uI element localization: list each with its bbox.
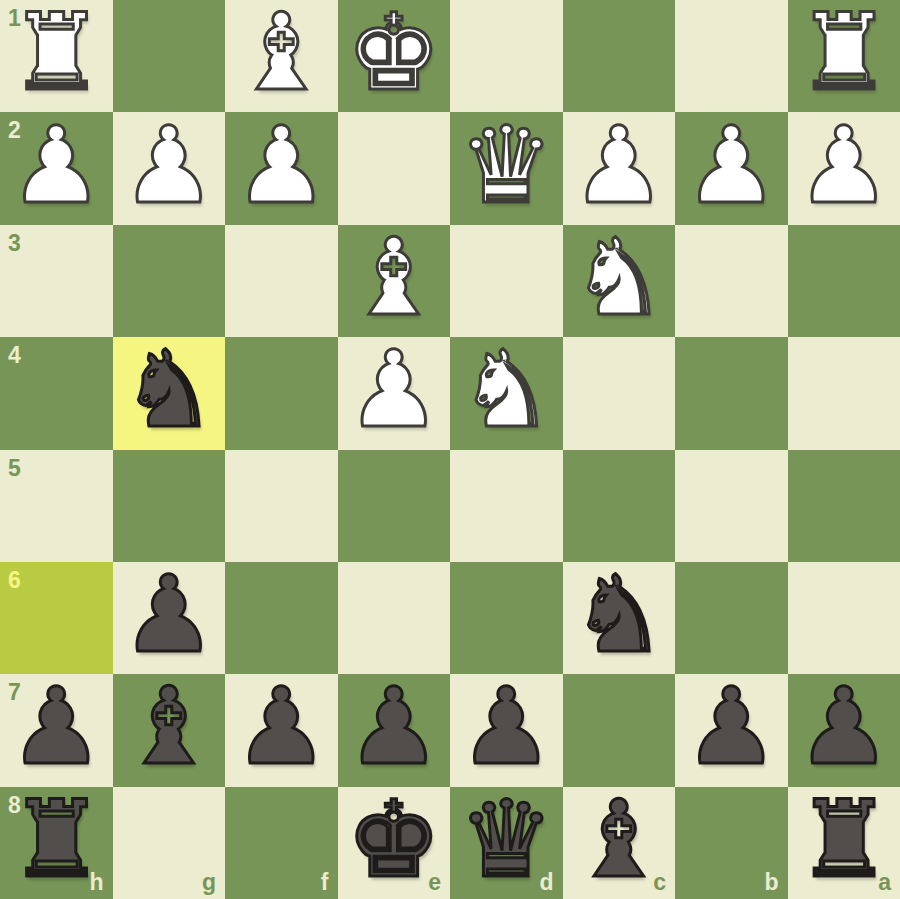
square-d7[interactable]: ♟ <box>450 674 563 786</box>
rank-label-6: 6 <box>8 567 21 594</box>
square-c8[interactable]: ♝c <box>563 787 676 899</box>
black-knight[interactable]: ♞ <box>571 559 666 671</box>
white-queen[interactable]: ♛ <box>459 110 554 222</box>
file-label-g: g <box>202 869 216 896</box>
white-pawn[interactable]: ♟ <box>571 110 666 222</box>
square-e2[interactable] <box>338 112 451 224</box>
square-b1[interactable] <box>675 0 788 112</box>
white-king[interactable]: ♚ <box>346 0 441 109</box>
square-c6[interactable]: ♞ <box>563 562 676 674</box>
square-e3[interactable]: ♝ <box>338 225 451 337</box>
white-pawn[interactable]: ♟ <box>684 110 779 222</box>
black-knight[interactable]: ♞ <box>121 334 216 446</box>
square-h2[interactable]: ♟2 <box>0 112 113 224</box>
square-c7[interactable] <box>563 674 676 786</box>
rank-label-4: 4 <box>8 342 21 369</box>
square-e1[interactable]: ♚ <box>338 0 451 112</box>
square-g4[interactable]: ♞ <box>113 337 226 449</box>
square-h3[interactable]: 3 <box>0 225 113 337</box>
square-d1[interactable] <box>450 0 563 112</box>
square-h7[interactable]: ♟7 <box>0 674 113 786</box>
white-pawn[interactable]: ♟ <box>346 334 441 446</box>
white-pawn[interactable]: ♟ <box>121 110 216 222</box>
black-rook[interactable]: ♜ <box>9 784 104 896</box>
file-label-f: f <box>321 869 329 896</box>
white-pawn[interactable]: ♟ <box>234 110 329 222</box>
square-a3[interactable] <box>788 225 900 337</box>
square-c2[interactable]: ♟ <box>563 112 676 224</box>
square-b4[interactable] <box>675 337 788 449</box>
square-a8[interactable]: ♜a <box>788 787 900 899</box>
black-pawn[interactable]: ♟ <box>234 671 329 783</box>
square-c3[interactable]: ♞ <box>563 225 676 337</box>
white-rook[interactable]: ♜ <box>796 0 891 109</box>
square-a1[interactable]: ♜ <box>788 0 900 112</box>
black-pawn[interactable]: ♟ <box>796 671 891 783</box>
square-d3[interactable] <box>450 225 563 337</box>
square-g8[interactable]: g <box>113 787 226 899</box>
square-a7[interactable]: ♟ <box>788 674 900 786</box>
white-pawn[interactable]: ♟ <box>796 110 891 222</box>
black-queen[interactable]: ♛ <box>459 784 554 896</box>
file-label-b: b <box>764 869 778 896</box>
black-pawn[interactable]: ♟ <box>684 671 779 783</box>
square-f5[interactable] <box>225 450 338 562</box>
square-b5[interactable] <box>675 450 788 562</box>
chess-board: ♜1♝♚♜♟2♟♟♛♟♟♟3♝♞4♞♟♞56♟♞♟7♝♟♟♟♟♟♜8hgf♚e♛… <box>0 0 900 899</box>
black-bishop[interactable]: ♝ <box>571 784 666 896</box>
square-e4[interactable]: ♟ <box>338 337 451 449</box>
square-g5[interactable] <box>113 450 226 562</box>
square-g7[interactable]: ♝ <box>113 674 226 786</box>
square-e5[interactable] <box>338 450 451 562</box>
square-b2[interactable]: ♟ <box>675 112 788 224</box>
white-knight[interactable]: ♞ <box>459 334 554 446</box>
square-d2[interactable]: ♛ <box>450 112 563 224</box>
black-bishop[interactable]: ♝ <box>121 671 216 783</box>
white-rook[interactable]: ♜ <box>9 0 104 109</box>
square-e8[interactable]: ♚e <box>338 787 451 899</box>
square-d6[interactable] <box>450 562 563 674</box>
square-a5[interactable] <box>788 450 900 562</box>
square-h5[interactable]: 5 <box>0 450 113 562</box>
square-c1[interactable] <box>563 0 676 112</box>
white-bishop[interactable]: ♝ <box>346 222 441 334</box>
black-pawn[interactable]: ♟ <box>346 671 441 783</box>
square-c4[interactable] <box>563 337 676 449</box>
square-e6[interactable] <box>338 562 451 674</box>
square-g3[interactable] <box>113 225 226 337</box>
square-h6[interactable]: 6 <box>0 562 113 674</box>
square-f7[interactable]: ♟ <box>225 674 338 786</box>
square-h4[interactable]: 4 <box>0 337 113 449</box>
square-g1[interactable] <box>113 0 226 112</box>
square-b6[interactable] <box>675 562 788 674</box>
square-a2[interactable]: ♟ <box>788 112 900 224</box>
white-bishop[interactable]: ♝ <box>234 0 329 109</box>
square-f4[interactable] <box>225 337 338 449</box>
white-pawn[interactable]: ♟ <box>9 110 104 222</box>
square-a6[interactable] <box>788 562 900 674</box>
square-d5[interactable] <box>450 450 563 562</box>
black-pawn[interactable]: ♟ <box>9 671 104 783</box>
square-a4[interactable] <box>788 337 900 449</box>
black-pawn[interactable]: ♟ <box>121 559 216 671</box>
square-d8[interactable]: ♛d <box>450 787 563 899</box>
square-b7[interactable]: ♟ <box>675 674 788 786</box>
square-h8[interactable]: ♜8h <box>0 787 113 899</box>
rank-label-3: 3 <box>8 230 21 257</box>
square-f6[interactable] <box>225 562 338 674</box>
square-f3[interactable] <box>225 225 338 337</box>
square-b3[interactable] <box>675 225 788 337</box>
square-f2[interactable]: ♟ <box>225 112 338 224</box>
square-d4[interactable]: ♞ <box>450 337 563 449</box>
square-h1[interactable]: ♜1 <box>0 0 113 112</box>
square-f8[interactable]: f <box>225 787 338 899</box>
black-pawn[interactable]: ♟ <box>459 671 554 783</box>
square-c5[interactable] <box>563 450 676 562</box>
square-g6[interactable]: ♟ <box>113 562 226 674</box>
square-f1[interactable]: ♝ <box>225 0 338 112</box>
black-rook[interactable]: ♜ <box>796 784 891 896</box>
square-b8[interactable]: b <box>675 787 788 899</box>
square-e7[interactable]: ♟ <box>338 674 451 786</box>
rank-label-5: 5 <box>8 455 21 482</box>
white-knight[interactable]: ♞ <box>571 222 666 334</box>
square-g2[interactable]: ♟ <box>113 112 226 224</box>
black-king[interactable]: ♚ <box>346 784 441 896</box>
